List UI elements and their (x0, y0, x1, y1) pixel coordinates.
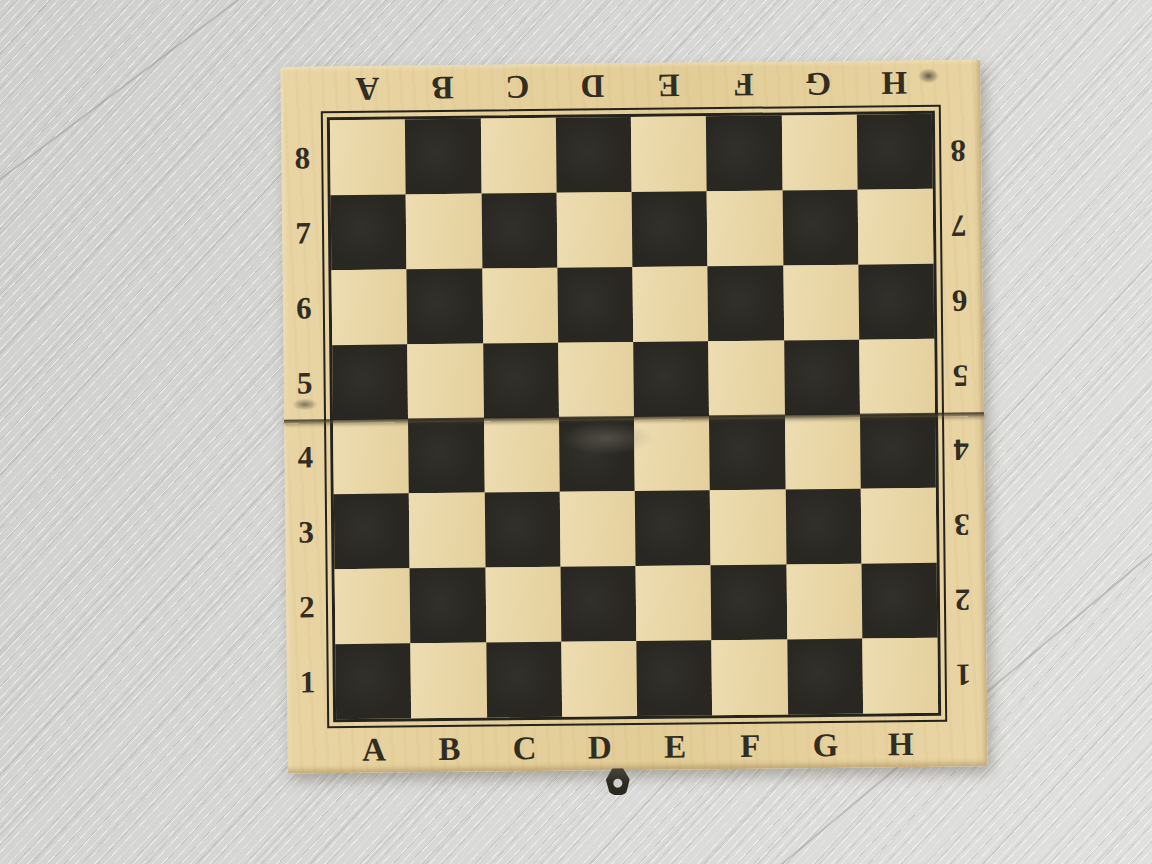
square-c6[interactable] (482, 268, 558, 344)
file-labels-top: ABCDEFGH (329, 60, 931, 111)
file-label-bottom-e: E (664, 730, 686, 763)
square-a2[interactable] (335, 569, 411, 645)
square-g6[interactable] (783, 264, 859, 340)
rank-label-left-6: 6 (296, 292, 312, 323)
file-label-bottom-f: F (740, 730, 761, 763)
file-label-bottom-a: A (362, 734, 386, 767)
rank-label-left-4: 4 (297, 442, 313, 473)
file-label-top-a: A (355, 72, 379, 105)
rank-label-right-1: 1 (956, 660, 972, 691)
rank-label-right-4: 4 (953, 435, 969, 466)
file-label-top-e: E (657, 69, 679, 102)
file-label-bottom-c: C (513, 732, 537, 765)
square-f7[interactable] (707, 190, 783, 266)
rank-label-right-2: 2 (955, 585, 971, 616)
square-h3[interactable] (861, 488, 937, 564)
clasp-hole-icon (613, 779, 622, 788)
square-d7[interactable] (556, 192, 632, 268)
square-b8[interactable] (405, 119, 481, 195)
square-g3[interactable] (785, 489, 861, 565)
rank-label-left-2: 2 (299, 592, 315, 623)
square-b5[interactable] (407, 343, 483, 419)
square-h7[interactable] (857, 189, 933, 265)
rank-label-left-5: 5 (297, 367, 313, 398)
square-d5[interactable] (558, 342, 634, 418)
square-f2[interactable] (711, 565, 787, 641)
square-d2[interactable] (560, 566, 636, 642)
square-e2[interactable] (636, 565, 712, 641)
square-a8[interactable] (330, 119, 406, 195)
square-f3[interactable] (710, 490, 786, 566)
square-e7[interactable] (632, 191, 708, 267)
square-e8[interactable] (631, 116, 707, 192)
square-b7[interactable] (406, 193, 482, 269)
square-a6[interactable] (331, 269, 407, 345)
rank-label-left-1: 1 (300, 666, 316, 697)
square-h1[interactable] (862, 638, 938, 714)
rank-label-right-3: 3 (954, 510, 970, 541)
file-label-bottom-b: B (438, 733, 460, 766)
square-f8[interactable] (706, 115, 782, 191)
square-g1[interactable] (787, 639, 863, 715)
square-c1[interactable] (486, 642, 562, 718)
square-d6[interactable] (557, 267, 633, 343)
chess-board: ABCDEFGH ABCDEFGH 87654321 87654321 (280, 59, 987, 773)
square-e3[interactable] (635, 491, 711, 567)
square-g4[interactable] (784, 414, 860, 490)
rank-label-left-8: 8 (294, 142, 310, 173)
square-g8[interactable] (781, 115, 857, 191)
square-d8[interactable] (556, 117, 632, 193)
file-label-bottom-h: H (888, 728, 914, 761)
square-b3[interactable] (409, 493, 485, 569)
square-b2[interactable] (410, 568, 486, 644)
square-a4[interactable] (333, 419, 409, 495)
photo-scene: ABCDEFGH ABCDEFGH 87654321 87654321 (0, 0, 1152, 864)
square-h8[interactable] (857, 114, 933, 190)
square-h6[interactable] (858, 264, 934, 340)
square-c3[interactable] (484, 492, 560, 568)
square-d3[interactable] (560, 491, 636, 567)
square-e5[interactable] (633, 341, 709, 417)
rank-label-left-3: 3 (298, 517, 314, 548)
square-d1[interactable] (561, 641, 637, 717)
file-label-top-c: C (506, 70, 530, 103)
square-g5[interactable] (784, 339, 860, 415)
rank-label-right-6: 6 (952, 285, 968, 316)
square-f4[interactable] (709, 415, 785, 491)
file-label-top-f: F (733, 68, 754, 101)
file-label-top-g: G (806, 67, 832, 100)
square-b1[interactable] (411, 643, 487, 719)
square-h4[interactable] (860, 413, 936, 489)
file-labels-bottom: ABCDEFGH (336, 722, 938, 773)
rank-label-right-7: 7 (951, 210, 967, 241)
rank-label-left-7: 7 (295, 217, 311, 248)
square-g2[interactable] (786, 564, 862, 640)
center-wear-patch (542, 415, 672, 462)
square-c8[interactable] (480, 118, 556, 194)
square-f6[interactable] (708, 265, 784, 341)
file-label-bottom-g: G (813, 729, 839, 762)
square-a1[interactable] (335, 643, 411, 719)
file-label-bottom-d: D (588, 731, 612, 764)
rank-label-right-8: 8 (950, 135, 966, 166)
square-h5[interactable] (859, 338, 935, 414)
square-g7[interactable] (782, 190, 858, 266)
square-f1[interactable] (712, 640, 788, 716)
square-b6[interactable] (407, 268, 483, 344)
file-label-top-b: B (431, 71, 453, 104)
square-b4[interactable] (408, 418, 484, 494)
rank-label-right-5: 5 (953, 360, 969, 391)
corner-stain (914, 66, 942, 86)
square-f5[interactable] (708, 340, 784, 416)
square-c7[interactable] (481, 193, 557, 269)
square-c2[interactable] (485, 567, 561, 643)
square-e1[interactable] (636, 640, 712, 716)
square-a3[interactable] (334, 494, 410, 570)
square-e6[interactable] (632, 266, 708, 342)
file-label-top-d: D (581, 69, 605, 102)
square-a7[interactable] (331, 194, 407, 270)
floor-plank-seam (0, 0, 288, 216)
square-a5[interactable] (332, 344, 408, 420)
file-label-top-h: H (881, 66, 907, 99)
square-c5[interactable] (483, 342, 559, 418)
square-h2[interactable] (861, 563, 937, 639)
